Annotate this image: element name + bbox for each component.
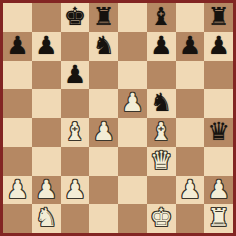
square-d7[interactable]: ♞ — [89, 32, 118, 61]
square-a4[interactable] — [3, 118, 32, 147]
square-a8[interactable] — [3, 3, 32, 32]
square-e2[interactable] — [118, 176, 147, 205]
square-f5[interactable]: ♞ — [147, 89, 176, 118]
piece-white-bishop[interactable]: ♝ — [150, 118, 172, 147]
square-b6[interactable] — [32, 61, 61, 90]
piece-white-pawn[interactable]: ♟ — [6, 176, 28, 205]
square-h4[interactable]: ♛ — [204, 118, 233, 147]
square-f4[interactable]: ♝ — [147, 118, 176, 147]
square-d8[interactable]: ♜ — [89, 3, 118, 32]
square-b3[interactable] — [32, 147, 61, 176]
square-b1[interactable]: ♞ — [32, 204, 61, 233]
square-e3[interactable] — [118, 147, 147, 176]
square-g8[interactable] — [176, 3, 205, 32]
square-c6[interactable]: ♟ — [61, 61, 90, 90]
square-f7[interactable]: ♟ — [147, 32, 176, 61]
square-a6[interactable] — [3, 61, 32, 90]
square-b4[interactable] — [32, 118, 61, 147]
square-d4[interactable]: ♟ — [89, 118, 118, 147]
square-g2[interactable]: ♟ — [176, 176, 205, 205]
square-c8[interactable]: ♚ — [61, 3, 90, 32]
square-h6[interactable] — [204, 61, 233, 90]
square-e7[interactable] — [118, 32, 147, 61]
board-frame: ♚♜♝♜♟♟♞♟♟♟♟♟♞♝♟♝♛♛♟♟♟♟♟♞♚♜ — [0, 0, 236, 236]
square-c2[interactable]: ♟ — [61, 176, 90, 205]
piece-black-rook[interactable]: ♜ — [92, 3, 114, 32]
square-b2[interactable]: ♟ — [32, 176, 61, 205]
square-f2[interactable] — [147, 176, 176, 205]
piece-white-pawn[interactable]: ♟ — [207, 176, 229, 205]
piece-black-pawn[interactable]: ♟ — [35, 32, 57, 61]
piece-white-pawn[interactable]: ♟ — [179, 176, 201, 205]
piece-black-queen[interactable]: ♛ — [207, 118, 229, 147]
piece-white-rook[interactable]: ♜ — [207, 204, 229, 233]
square-d5[interactable] — [89, 89, 118, 118]
piece-white-bishop[interactable]: ♝ — [64, 118, 86, 147]
square-h7[interactable]: ♟ — [204, 32, 233, 61]
piece-black-king[interactable]: ♚ — [64, 3, 86, 32]
piece-white-queen[interactable]: ♛ — [150, 147, 172, 176]
piece-black-pawn[interactable]: ♟ — [179, 32, 201, 61]
square-a7[interactable]: ♟ — [3, 32, 32, 61]
square-d3[interactable] — [89, 147, 118, 176]
piece-black-knight[interactable]: ♞ — [92, 32, 114, 61]
square-b7[interactable]: ♟ — [32, 32, 61, 61]
square-a2[interactable]: ♟ — [3, 176, 32, 205]
square-c4[interactable]: ♝ — [61, 118, 90, 147]
square-c5[interactable] — [61, 89, 90, 118]
square-h3[interactable] — [204, 147, 233, 176]
piece-white-pawn[interactable]: ♟ — [92, 118, 114, 147]
square-h8[interactable]: ♜ — [204, 3, 233, 32]
piece-white-pawn[interactable]: ♟ — [121, 89, 143, 118]
square-a1[interactable] — [3, 204, 32, 233]
piece-black-pawn[interactable]: ♟ — [6, 32, 28, 61]
square-h5[interactable] — [204, 89, 233, 118]
piece-black-rook[interactable]: ♜ — [207, 3, 229, 32]
square-g4[interactable] — [176, 118, 205, 147]
square-g3[interactable] — [176, 147, 205, 176]
square-d6[interactable] — [89, 61, 118, 90]
square-f3[interactable]: ♛ — [147, 147, 176, 176]
square-g6[interactable] — [176, 61, 205, 90]
piece-black-pawn[interactable]: ♟ — [64, 61, 86, 90]
square-e5[interactable]: ♟ — [118, 89, 147, 118]
square-f8[interactable]: ♝ — [147, 3, 176, 32]
piece-white-king[interactable]: ♚ — [150, 204, 172, 233]
square-a5[interactable] — [3, 89, 32, 118]
square-e8[interactable] — [118, 3, 147, 32]
piece-white-knight[interactable]: ♞ — [35, 204, 57, 233]
piece-black-pawn[interactable]: ♟ — [150, 32, 172, 61]
square-b5[interactable] — [32, 89, 61, 118]
piece-white-pawn[interactable]: ♟ — [64, 176, 86, 205]
square-h2[interactable]: ♟ — [204, 176, 233, 205]
square-c1[interactable] — [61, 204, 90, 233]
square-g7[interactable]: ♟ — [176, 32, 205, 61]
square-g1[interactable] — [176, 204, 205, 233]
square-f6[interactable] — [147, 61, 176, 90]
chess-board: ♚♜♝♜♟♟♞♟♟♟♟♟♞♝♟♝♛♛♟♟♟♟♟♞♚♜ — [3, 3, 233, 233]
square-e1[interactable] — [118, 204, 147, 233]
square-b8[interactable] — [32, 3, 61, 32]
square-c7[interactable] — [61, 32, 90, 61]
square-e4[interactable] — [118, 118, 147, 147]
piece-white-pawn[interactable]: ♟ — [35, 176, 57, 205]
square-d1[interactable] — [89, 204, 118, 233]
square-a3[interactable] — [3, 147, 32, 176]
piece-black-knight[interactable]: ♞ — [150, 89, 172, 118]
square-f1[interactable]: ♚ — [147, 204, 176, 233]
piece-black-pawn[interactable]: ♟ — [207, 32, 229, 61]
square-d2[interactable] — [89, 176, 118, 205]
square-c3[interactable] — [61, 147, 90, 176]
piece-black-bishop[interactable]: ♝ — [150, 3, 172, 32]
square-g5[interactable] — [176, 89, 205, 118]
square-e6[interactable] — [118, 61, 147, 90]
square-h1[interactable]: ♜ — [204, 204, 233, 233]
